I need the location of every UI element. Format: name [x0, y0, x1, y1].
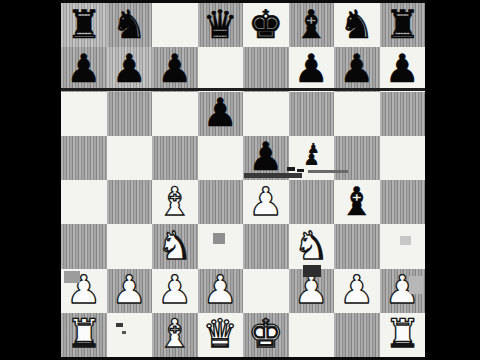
square-a7[interactable]: ♟ — [61, 47, 107, 91]
square-f8[interactable]: ♝ — [289, 3, 335, 47]
square-b4[interactable] — [107, 180, 153, 224]
square-a8[interactable]: ♜ — [61, 3, 107, 47]
white-pawn: ♟ — [203, 270, 238, 309]
square-f2[interactable]: ♟ — [289, 269, 335, 313]
square-a6[interactable] — [61, 92, 107, 136]
square-b6[interactable] — [107, 92, 153, 136]
square-c1[interactable]: ♝ — [152, 313, 198, 357]
white-rook: ♜ — [66, 314, 101, 353]
square-a3[interactable] — [61, 224, 107, 268]
black-pawn: ♟ — [112, 49, 147, 88]
square-f4[interactable] — [289, 180, 335, 224]
black-pawn: ♟ — [385, 49, 420, 88]
white-king: ♚ — [248, 314, 283, 353]
black-pawn: ♟ — [157, 49, 192, 88]
square-e8[interactable]: ♚ — [243, 3, 289, 47]
square-c4[interactable]: ♝ — [152, 180, 198, 224]
white-knight: ♞ — [294, 226, 329, 265]
black-pawn: ♟ — [248, 137, 283, 176]
square-c5[interactable] — [152, 136, 198, 180]
square-d6[interactable]: ♟ — [198, 92, 244, 136]
black-bishop: ♝ — [339, 182, 374, 221]
square-f7[interactable]: ♟ — [289, 47, 335, 91]
square-g3[interactable] — [334, 224, 380, 268]
white-pawn: ♟ — [157, 270, 192, 309]
square-d5[interactable] — [198, 136, 244, 180]
square-g2[interactable]: ♟ — [334, 269, 380, 313]
black-queen: ♛ — [203, 5, 238, 44]
square-e3[interactable] — [243, 224, 289, 268]
black-pawn: ♟ — [294, 49, 329, 88]
square-f5[interactable] — [289, 136, 335, 180]
square-g1[interactable] — [334, 313, 380, 357]
black-bishop: ♝ — [294, 5, 329, 44]
square-c3[interactable]: ♞ — [152, 224, 198, 268]
square-d4[interactable] — [198, 180, 244, 224]
square-e2[interactable] — [243, 269, 289, 313]
white-pawn: ♟ — [294, 270, 329, 309]
black-king: ♚ — [248, 5, 283, 44]
white-queen: ♛ — [203, 314, 238, 353]
square-h8[interactable]: ♜ — [380, 3, 426, 47]
white-pawn: ♟ — [66, 270, 101, 309]
square-e4[interactable]: ♟ — [243, 180, 289, 224]
square-g4[interactable]: ♝ — [334, 180, 380, 224]
square-d7[interactable] — [198, 47, 244, 91]
square-e6[interactable] — [243, 92, 289, 136]
square-c8[interactable] — [152, 3, 198, 47]
square-e5[interactable]: ♟ — [243, 136, 289, 180]
square-g6[interactable] — [334, 92, 380, 136]
square-b2[interactable]: ♟ — [107, 269, 153, 313]
square-e1[interactable]: ♚ — [243, 313, 289, 357]
square-c2[interactable]: ♟ — [152, 269, 198, 313]
square-g5[interactable] — [334, 136, 380, 180]
square-f1[interactable] — [289, 313, 335, 357]
letterbox-left — [0, 0, 61, 360]
white-bishop: ♝ — [157, 182, 192, 221]
black-rook: ♜ — [66, 5, 101, 44]
square-h5[interactable] — [380, 136, 426, 180]
square-b1[interactable] — [107, 313, 153, 357]
square-h4[interactable] — [380, 180, 426, 224]
chess-board: ♜♞♛♚♝♞♜♟♟♟♟♟♟♟♟♝♟♝♞♞♟♟♟♟♟♟♟♜♝♛♚♜ — [61, 0, 425, 360]
square-f3[interactable]: ♞ — [289, 224, 335, 268]
square-g8[interactable]: ♞ — [334, 3, 380, 47]
black-knight: ♞ — [112, 5, 147, 44]
black-pawn: ♟ — [203, 93, 238, 132]
black-rook: ♜ — [385, 5, 420, 44]
square-c6[interactable] — [152, 92, 198, 136]
square-a1[interactable]: ♜ — [61, 313, 107, 357]
black-pawn: ♟ — [339, 49, 374, 88]
square-h6[interactable] — [380, 92, 426, 136]
square-c7[interactable]: ♟ — [152, 47, 198, 91]
letterbox-right — [425, 0, 480, 360]
white-pawn: ♟ — [248, 182, 283, 221]
square-d1[interactable]: ♛ — [198, 313, 244, 357]
white-pawn: ♟ — [112, 270, 147, 309]
square-h7[interactable]: ♟ — [380, 47, 426, 91]
square-b7[interactable]: ♟ — [107, 47, 153, 91]
square-d2[interactable]: ♟ — [198, 269, 244, 313]
square-f6[interactable] — [289, 92, 335, 136]
black-pawn: ♟ — [66, 49, 101, 88]
white-rook: ♜ — [385, 314, 420, 353]
square-b5[interactable] — [107, 136, 153, 180]
square-g7[interactable]: ♟ — [334, 47, 380, 91]
square-h2[interactable]: ♟ — [380, 269, 426, 313]
square-b8[interactable]: ♞ — [107, 3, 153, 47]
square-h3[interactable] — [380, 224, 426, 268]
square-h1[interactable]: ♜ — [380, 313, 426, 357]
square-b3[interactable] — [107, 224, 153, 268]
white-pawn: ♟ — [385, 270, 420, 309]
square-d8[interactable]: ♛ — [198, 3, 244, 47]
black-knight: ♞ — [339, 5, 374, 44]
video-frame: ♜♞♛♚♝♞♜♟♟♟♟♟♟♟♟♝♟♝♞♞♟♟♟♟♟♟♟♜♝♛♚♜ ♟♟ — [0, 0, 480, 360]
square-a5[interactable] — [61, 136, 107, 180]
square-a2[interactable]: ♟ — [61, 269, 107, 313]
white-knight: ♞ — [157, 226, 192, 265]
white-bishop: ♝ — [157, 314, 192, 353]
white-pawn: ♟ — [339, 270, 374, 309]
square-a4[interactable] — [61, 180, 107, 224]
square-e7[interactable] — [243, 47, 289, 91]
square-d3[interactable] — [198, 224, 244, 268]
